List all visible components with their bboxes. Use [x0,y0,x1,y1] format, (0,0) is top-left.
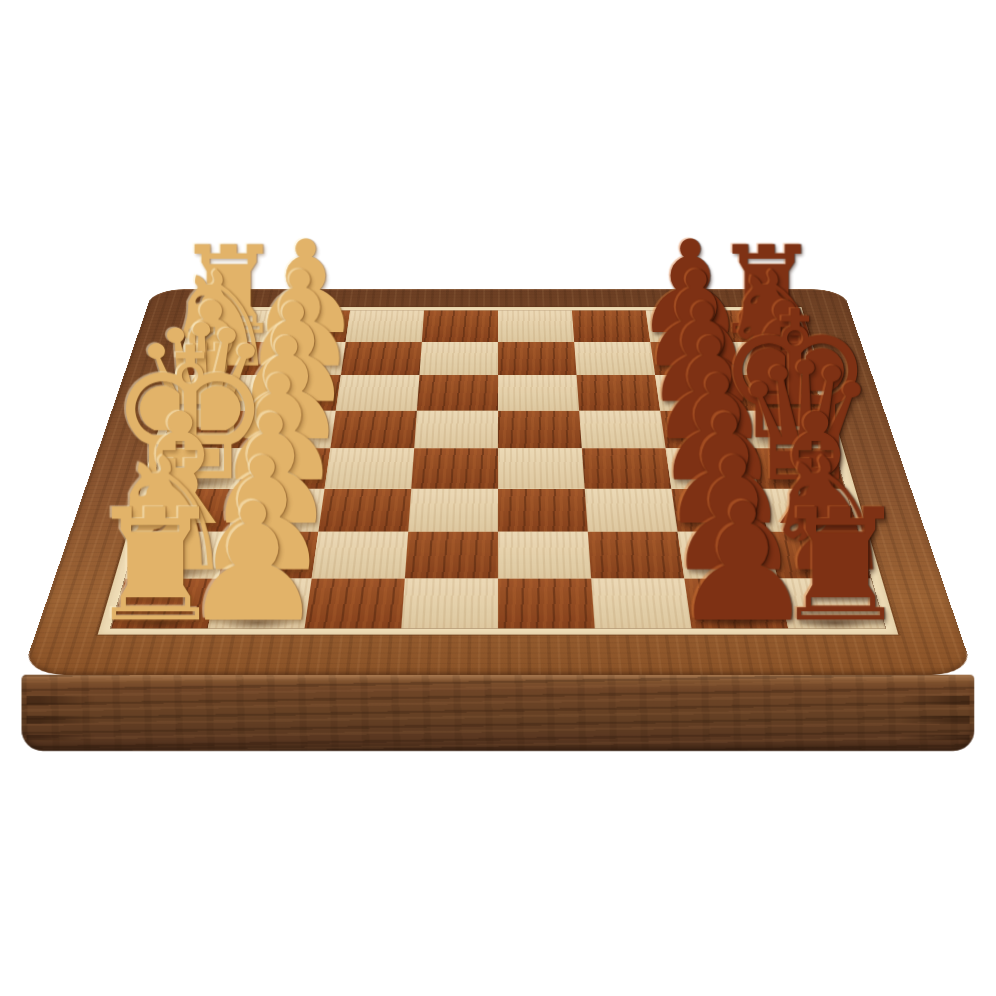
scene: ♜♟♟♜♞♟♟♞♝♟♟♝♛♟♟♚♚♟♟♛♝♟♟♝♞♟♟♞♜♟♟♜ [0,0,996,996]
dovetail-joint-left [26,685,95,740]
square-h7: ♟ [684,578,788,628]
square-b4 [419,342,498,375]
piece-white-pawn-h2: ♟ [180,482,326,645]
box-front-side [22,675,975,751]
board-border: ♜♟♟♜♞♟♟♞♝♟♟♝♛♟♟♚♚♟♟♛♝♟♟♝♞♟♟♞♜♟♟♜ [98,307,899,635]
square-h5 [498,578,595,628]
square-h2: ♟ [208,578,312,628]
chess-board: ♜♟♟♜♞♟♟♞♝♟♟♝♛♟♟♚♚♟♟♛♝♟♟♝♞♟♟♞♜♟♟♜ [22,289,975,675]
board-frame: ♜♟♟♜♞♟♟♞♝♟♟♝♛♟♟♚♚♟♟♛♝♟♟♝♞♟♟♞♜♟♟♜ [22,289,975,675]
square-a4 [422,311,498,342]
product-photo: ♜♟♟♜♞♟♟♞♝♟♟♝♛♟♟♚♚♟♟♛♝♟♟♝♞♟♟♞♜♟♟♜ [0,0,996,996]
square-d5 [498,410,582,448]
square-c5 [498,375,579,410]
square-g4 [405,532,498,578]
square-d4 [414,410,498,448]
square-b5 [498,342,577,375]
side-wood-grain [22,675,975,751]
square-e5 [498,448,585,488]
dovetail-joint-right [901,685,970,740]
square-e4 [411,448,498,488]
square-h4 [401,578,498,628]
square-a5 [498,311,574,342]
board-grid: ♜♟♟♜♞♟♟♞♝♟♟♝♛♟♟♚♚♟♟♛♝♟♟♝♞♟♟♞♜♟♟♜ [111,311,885,629]
square-g5 [498,532,591,578]
piece-black-pawn-h7: ♟ [670,482,816,645]
square-c4 [417,375,498,410]
